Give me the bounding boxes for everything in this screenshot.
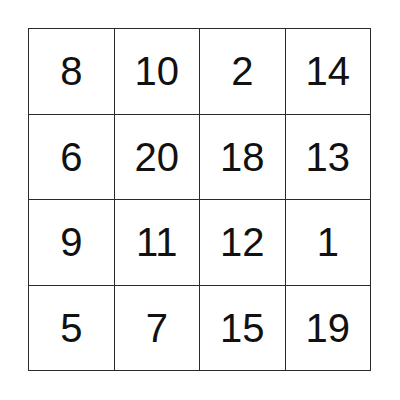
cell-r4c2[interactable]: 7 [115, 286, 200, 371]
cell-r3c2[interactable]: 11 [115, 200, 200, 285]
cell-r4c3[interactable]: 15 [200, 286, 285, 371]
cell-r2c1[interactable]: 6 [29, 115, 114, 200]
cell-r2c4[interactable]: 13 [286, 115, 371, 200]
cell-r1c2[interactable]: 10 [115, 29, 200, 114]
cell-r4c1[interactable]: 5 [29, 286, 114, 371]
cell-r3c4[interactable]: 1 [286, 200, 371, 285]
cell-r3c3[interactable]: 12 [200, 200, 285, 285]
bingo-board: 8102146201813911121571519 [28, 28, 371, 371]
cell-r3c1[interactable]: 9 [29, 200, 114, 285]
cell-r4c4[interactable]: 19 [286, 286, 371, 371]
cell-r1c1[interactable]: 8 [29, 29, 114, 114]
cell-r2c3[interactable]: 18 [200, 115, 285, 200]
cell-r1c3[interactable]: 2 [200, 29, 285, 114]
cell-r2c2[interactable]: 20 [115, 115, 200, 200]
cell-r1c4[interactable]: 14 [286, 29, 371, 114]
